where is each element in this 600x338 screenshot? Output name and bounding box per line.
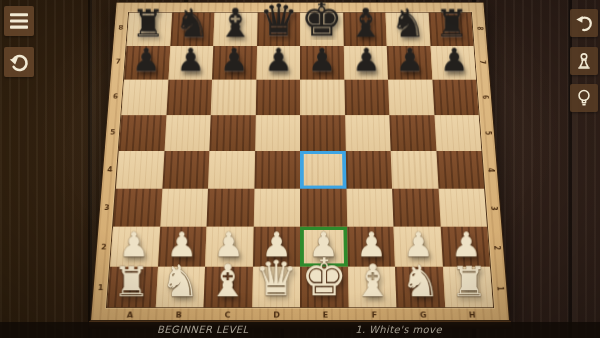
file-label-g: G	[399, 310, 448, 321]
rank-label-3-left: 3	[101, 204, 113, 212]
piece-black-knight[interactable]: ♞	[170, 3, 213, 42]
square-c6[interactable]	[211, 80, 256, 115]
file-label-a: A	[105, 310, 155, 321]
square-f1[interactable]: ♝	[347, 266, 396, 307]
undo-button[interactable]	[570, 9, 598, 37]
square-c5[interactable]	[209, 115, 255, 151]
piece-black-bishop[interactable]: ♝	[343, 2, 386, 42]
piece-black-pawn[interactable]: ♟	[344, 45, 388, 77]
square-f6[interactable]	[344, 80, 389, 115]
piece-white-bishop[interactable]: ♝	[204, 258, 252, 303]
square-a7[interactable]: ♟	[124, 46, 170, 80]
square-a3[interactable]	[113, 188, 162, 226]
piece-black-pawn[interactable]: ♟	[388, 45, 432, 77]
rank-label-8-left: 8	[115, 25, 126, 32]
file-label-b: B	[154, 310, 203, 321]
square-b8[interactable]: ♞	[170, 13, 215, 46]
square-h5[interactable]	[434, 115, 481, 151]
square-e1[interactable]: ♚	[300, 266, 348, 307]
piece-black-pawn[interactable]: ♟	[168, 45, 212, 77]
square-g1[interactable]: ♞	[395, 266, 445, 307]
difficulty-level-label: BEGINNER LEVEL	[157, 322, 249, 338]
file-label-f: F	[350, 310, 399, 321]
square-d4[interactable]	[254, 151, 300, 188]
square-b5[interactable]	[164, 115, 211, 151]
player-mode-button[interactable]	[570, 47, 598, 75]
square-h7[interactable]: ♟	[430, 46, 476, 80]
hint-button[interactable]	[570, 84, 598, 112]
square-f7[interactable]: ♟	[343, 46, 388, 80]
square-d1[interactable]: ♛	[252, 266, 300, 307]
square-e3[interactable]	[300, 188, 347, 226]
chess-board-squares: ♜♞♝♛♚♝♞♜♟♟♟♟♟♟♟♟♟♟♟♟♟♟♟♟♜♞♝♛♚♝♞♜	[106, 12, 494, 308]
rank-label-1-left: 1	[94, 284, 107, 292]
piece-white-knight[interactable]: ♞	[156, 259, 204, 303]
square-h6[interactable]	[432, 80, 479, 115]
restart-button[interactable]	[4, 47, 34, 77]
piece-black-pawn[interactable]: ♟	[212, 45, 256, 77]
square-b3[interactable]	[160, 188, 208, 226]
file-label-h: H	[447, 310, 497, 321]
square-a4[interactable]	[116, 151, 164, 188]
hamburger-menu-icon	[9, 12, 29, 30]
file-label-c: C	[203, 310, 252, 321]
rank-label-6-right: 6	[480, 93, 490, 102]
rank-label-3-right: 3	[488, 204, 498, 214]
restart-rotate-icon	[7, 50, 31, 74]
square-h1[interactable]: ♜	[442, 266, 493, 307]
piece-black-bishop[interactable]: ♝	[213, 2, 256, 42]
piece-white-king[interactable]: ♚	[300, 251, 348, 303]
piece-white-knight[interactable]: ♞	[396, 259, 444, 303]
pawn-player-icon	[573, 50, 595, 72]
square-e6[interactable]	[300, 80, 345, 115]
rank-label-4-right: 4	[485, 165, 495, 174]
status-bar: BEGINNER LEVEL 1. White's move	[0, 322, 600, 338]
piece-white-bishop[interactable]: ♝	[348, 258, 396, 303]
square-e4[interactable]	[300, 151, 346, 188]
square-g8[interactable]: ♞	[385, 13, 430, 46]
piece-black-rook[interactable]: ♜	[127, 5, 170, 42]
piece-black-knight[interactable]: ♞	[387, 3, 430, 42]
square-f8[interactable]: ♝	[343, 13, 387, 46]
rank-label-8-right: 8	[474, 24, 484, 32]
undo-arrow-icon	[573, 12, 595, 34]
square-b7[interactable]: ♟	[168, 46, 213, 80]
rank-label-5-left: 5	[107, 129, 119, 136]
board-scene: ♜♞♝♛♚♝♞♜♟♟♟♟♟♟♟♟♟♟♟♟♟♟♟♟♜♞♝♛♚♝♞♜ ABCDEFG…	[90, 0, 510, 321]
square-c8[interactable]: ♝	[213, 13, 257, 46]
file-label-d: D	[252, 310, 301, 321]
square-b1[interactable]: ♞	[155, 266, 205, 307]
piece-black-pawn[interactable]: ♟	[124, 45, 168, 77]
menu-button[interactable]	[4, 6, 34, 36]
square-e5[interactable]	[300, 115, 345, 151]
piece-black-queen[interactable]: ♛	[257, 0, 300, 42]
square-c1[interactable]: ♝	[204, 266, 253, 307]
file-label-e: E	[301, 310, 350, 321]
rank-label-7-left: 7	[112, 59, 123, 66]
piece-white-queen[interactable]: ♛	[252, 254, 300, 303]
square-d7[interactable]: ♟	[256, 46, 300, 80]
lightbulb-hint-icon	[573, 87, 595, 109]
square-e7[interactable]: ♟	[300, 46, 344, 80]
square-g4[interactable]	[391, 151, 438, 188]
move-indicator-label: 1. White's move	[355, 322, 442, 338]
square-a5[interactable]	[119, 115, 166, 151]
chess-board: ♜♞♝♛♚♝♞♜♟♟♟♟♟♟♟♟♟♟♟♟♟♟♟♟♜♞♝♛♚♝♞♜ ABCDEFG…	[90, 2, 510, 321]
square-f5[interactable]	[345, 115, 391, 151]
square-c3[interactable]	[207, 188, 254, 226]
square-a8[interactable]: ♜	[127, 13, 172, 46]
square-b6[interactable]	[166, 80, 212, 115]
piece-black-pawn[interactable]: ♟	[432, 45, 476, 77]
square-a1[interactable]: ♜	[107, 266, 158, 307]
piece-white-rook[interactable]: ♜	[444, 261, 492, 303]
square-g7[interactable]: ♟	[387, 46, 432, 80]
piece-black-rook[interactable]: ♜	[430, 5, 473, 42]
rank-label-2-right: 2	[491, 243, 501, 253]
square-g5[interactable]	[389, 115, 436, 151]
square-b4[interactable]	[162, 151, 209, 188]
piece-black-pawn[interactable]: ♟	[256, 45, 300, 77]
rank-label-4-left: 4	[104, 166, 116, 174]
rank-label-1-right: 1	[494, 283, 505, 293]
square-h8[interactable]: ♜	[428, 13, 473, 46]
square-d3[interactable]	[253, 188, 300, 226]
rank-label-7-right: 7	[477, 58, 487, 66]
piece-black-king[interactable]: ♚	[300, 0, 343, 42]
square-d5[interactable]	[255, 115, 300, 151]
piece-white-rook[interactable]: ♜	[107, 261, 155, 303]
square-a6[interactable]	[121, 80, 168, 115]
square-h3[interactable]	[438, 188, 487, 226]
square-c7[interactable]: ♟	[212, 46, 257, 80]
square-e8[interactable]: ♚	[300, 13, 343, 46]
square-d6[interactable]	[255, 80, 300, 115]
square-f4[interactable]	[345, 151, 392, 188]
rank-label-2-left: 2	[98, 244, 110, 252]
square-h4[interactable]	[436, 151, 484, 188]
square-g3[interactable]	[392, 188, 440, 226]
square-f3[interactable]	[346, 188, 393, 226]
square-g6[interactable]	[388, 80, 434, 115]
piece-black-pawn[interactable]: ♟	[300, 45, 344, 77]
square-d8[interactable]: ♛	[257, 13, 300, 46]
rank-label-5-right: 5	[482, 129, 492, 138]
rank-label-6-left: 6	[110, 93, 122, 100]
square-c4[interactable]	[208, 151, 255, 188]
